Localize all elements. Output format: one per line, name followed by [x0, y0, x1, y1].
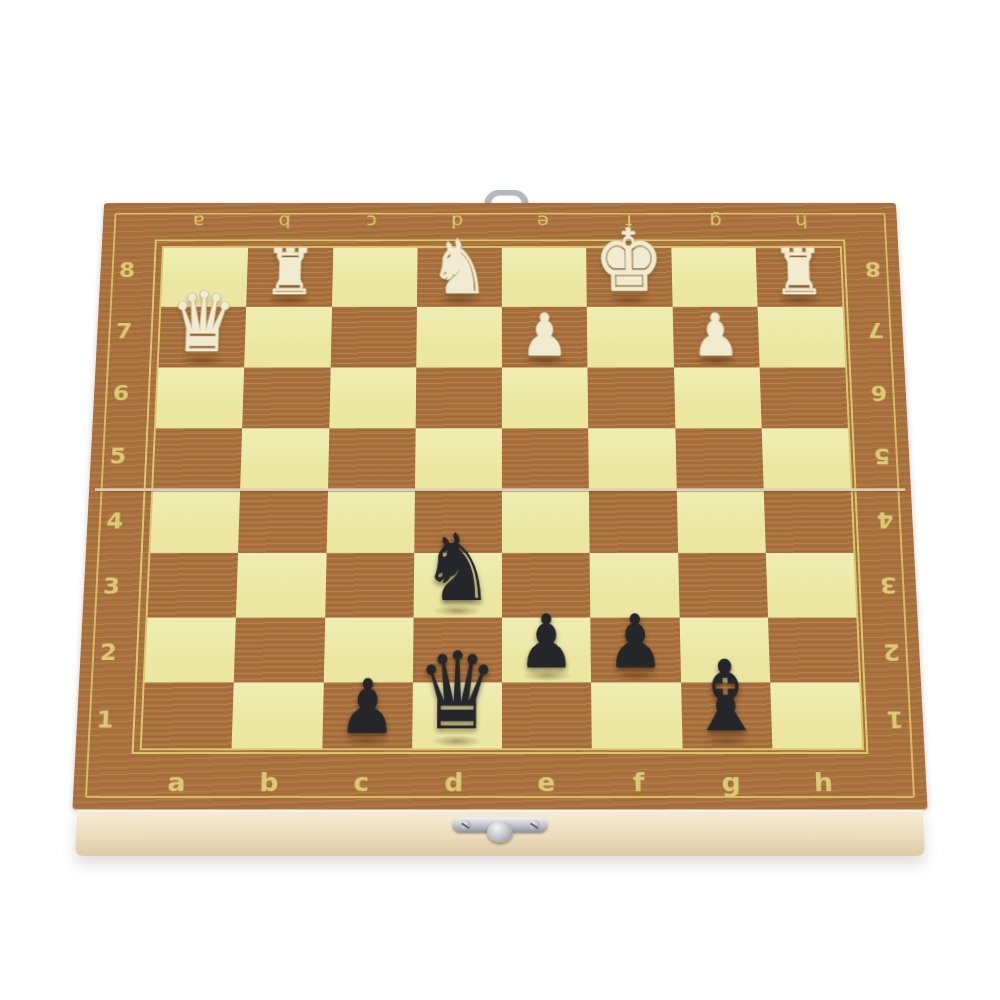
square-e8[interactable] — [502, 248, 587, 307]
latch-knob — [487, 821, 513, 842]
rank-label-4: 4 — [86, 488, 144, 553]
square-f5[interactable] — [588, 428, 676, 490]
rank-label-1: 1 — [865, 686, 924, 754]
chess-set-scene: abcdefgh abcdefgh 87654321 87654321 ♜♞♚♜… — [0, 0, 1000, 1000]
square-c6[interactable] — [329, 367, 416, 428]
rank-label-3: 3 — [859, 553, 917, 619]
square-h8[interactable]: ♜ — [755, 248, 842, 307]
square-c5[interactable] — [328, 428, 416, 490]
square-h1[interactable] — [770, 682, 862, 748]
rank-label-6: 6 — [851, 362, 908, 425]
square-a6[interactable] — [156, 367, 245, 428]
square-g8[interactable] — [671, 248, 757, 307]
square-d5[interactable] — [415, 428, 502, 490]
rank-label-7: 7 — [96, 300, 152, 362]
black-queen-d1[interactable]: ♛ — [415, 638, 498, 745]
product-photo-page: abcdefgh abcdefgh 87654321 87654321 ♜♞♚♜… — [0, 0, 1000, 1000]
chess-board-grid: ♜♞♚♜♛♟♟♞♟♟♟♛♝ — [140, 246, 865, 750]
square-e1[interactable] — [502, 682, 592, 748]
white-pawn-e7[interactable]: ♟ — [521, 306, 568, 364]
screw-icon — [460, 820, 471, 831]
square-g5[interactable] — [675, 428, 764, 490]
file-label-a: a — [129, 754, 224, 809]
square-h7[interactable] — [757, 307, 845, 367]
square-d3[interactable]: ♞ — [413, 553, 502, 617]
square-d8[interactable]: ♞ — [417, 248, 502, 307]
file-labels-top: abcdefgh — [155, 203, 845, 240]
rank-label-7: 7 — [848, 300, 904, 362]
file-labels-bottom: abcdefgh — [129, 754, 871, 809]
square-b1[interactable] — [232, 682, 324, 748]
file-label-h: h — [776, 754, 871, 809]
rank-label-5: 5 — [89, 425, 146, 489]
square-f4[interactable] — [589, 490, 678, 553]
square-f7[interactable] — [587, 307, 674, 367]
black-knight-d3[interactable]: ♞ — [421, 521, 494, 614]
square-e4[interactable] — [502, 490, 590, 553]
file-label-f: f — [592, 754, 685, 809]
screw-icon — [529, 820, 540, 831]
hinge-seam — [95, 488, 905, 491]
square-a7[interactable]: ♛ — [159, 307, 247, 367]
rank-label-8: 8 — [99, 239, 155, 300]
file-label-c: c — [315, 754, 408, 809]
rank-label-5: 5 — [853, 425, 910, 489]
square-b7[interactable] — [244, 307, 331, 367]
square-a1[interactable] — [142, 682, 234, 748]
square-g1[interactable]: ♝ — [681, 682, 773, 748]
square-d7[interactable] — [416, 307, 502, 367]
square-c8[interactable] — [332, 248, 418, 307]
square-b8[interactable]: ♜ — [246, 248, 332, 307]
square-c1[interactable]: ♟ — [322, 682, 413, 748]
white-rook-b8[interactable]: ♜ — [263, 241, 316, 305]
file-label-g: g — [684, 754, 778, 809]
white-rook-h8[interactable]: ♜ — [772, 241, 826, 305]
rank-label-8: 8 — [845, 239, 901, 300]
square-b2[interactable] — [234, 617, 325, 682]
white-knight-d8[interactable]: ♞ — [429, 231, 489, 305]
square-a4[interactable] — [150, 490, 240, 553]
square-h6[interactable] — [759, 367, 848, 428]
rank-label-2: 2 — [862, 619, 921, 686]
file-label-a: a — [155, 203, 243, 240]
square-h5[interactable] — [761, 428, 850, 490]
black-pawn-c1[interactable]: ♟ — [338, 670, 397, 746]
white-pawn-g7[interactable]: ♟ — [691, 306, 740, 364]
square-f2[interactable]: ♟ — [591, 617, 681, 682]
board-side-edge — [75, 809, 925, 856]
file-label-e: e — [500, 754, 593, 809]
square-a3[interactable] — [148, 553, 239, 617]
square-a5[interactable] — [153, 428, 242, 490]
square-b6[interactable] — [242, 367, 330, 428]
inner-gold-pinstripe: ♜♞♚♜♛♟♟♞♟♟♟♛♝ — [132, 239, 869, 754]
rank-label-3: 3 — [82, 553, 140, 619]
latch-assembly — [452, 817, 548, 834]
file-label-e: e — [500, 203, 586, 240]
square-d6[interactable] — [415, 367, 502, 428]
square-b4[interactable] — [238, 490, 327, 553]
black-pawn-e2[interactable]: ♟ — [517, 605, 575, 679]
black-bishop-g1[interactable]: ♝ — [687, 647, 765, 745]
square-f8[interactable]: ♚ — [586, 248, 672, 307]
file-label-b: b — [222, 754, 316, 809]
square-a2[interactable] — [145, 617, 236, 682]
board-frame: abcdefgh abcdefgh 87654321 87654321 ♜♞♚♜… — [72, 203, 927, 810]
file-label-c: c — [327, 203, 414, 240]
square-b5[interactable] — [240, 428, 329, 490]
square-e6[interactable] — [502, 367, 589, 428]
file-label-g: g — [672, 203, 759, 240]
square-e2[interactable]: ♟ — [502, 617, 591, 682]
rank-label-1: 1 — [75, 686, 134, 754]
square-g3[interactable] — [678, 553, 768, 617]
square-e7[interactable]: ♟ — [502, 307, 588, 367]
square-g4[interactable] — [676, 490, 765, 553]
square-h3[interactable] — [766, 553, 857, 617]
rank-label-2: 2 — [79, 619, 138, 686]
rank-label-6: 6 — [93, 362, 150, 425]
black-pawn-f2[interactable]: ♟ — [606, 605, 665, 679]
square-e5[interactable] — [502, 428, 589, 490]
square-g6[interactable] — [674, 367, 762, 428]
square-f6[interactable] — [588, 367, 675, 428]
square-h2[interactable] — [768, 617, 860, 682]
white-king-f8[interactable]: ♚ — [593, 218, 664, 304]
square-g7[interactable]: ♟ — [672, 307, 759, 367]
square-d1[interactable]: ♛ — [412, 682, 502, 748]
square-c3[interactable] — [325, 553, 414, 617]
square-b3[interactable] — [236, 553, 326, 617]
square-c4[interactable] — [326, 490, 415, 553]
file-label-d: d — [407, 754, 500, 809]
square-h4[interactable] — [763, 490, 853, 553]
square-c7[interactable] — [330, 307, 416, 367]
square-f1[interactable] — [591, 682, 682, 748]
board-perspective-wrapper: abcdefgh abcdefgh 87654321 87654321 ♜♞♚♜… — [70, 203, 930, 856]
white-queen-a7[interactable]: ♛ — [168, 281, 238, 364]
rank-label-4: 4 — [856, 488, 914, 553]
